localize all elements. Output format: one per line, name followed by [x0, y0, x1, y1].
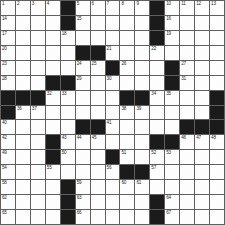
crossword-cell[interactable]: [31, 16, 45, 30]
crossword-cell[interactable]: 22: [150, 46, 164, 60]
black-square: [31, 91, 45, 105]
clue-number: 34: [151, 91, 156, 97]
crossword-cell[interactable]: 39: [135, 106, 149, 120]
crossword-cell[interactable]: [16, 46, 30, 60]
crossword-cell[interactable]: 24: [76, 61, 90, 75]
clue-number: 52: [151, 150, 156, 156]
crossword-cell[interactable]: [31, 180, 45, 194]
crossword-cell[interactable]: 50: [61, 150, 75, 164]
crossword-board: 1234567891011121314151617181920212223242…: [0, 0, 225, 225]
crossword-cell[interactable]: 1: [1, 1, 15, 15]
clue-number: 6: [92, 1, 94, 7]
black-square: [165, 76, 179, 90]
clue-number: 49: [2, 150, 7, 156]
crossword-cell[interactable]: 14: [1, 16, 15, 30]
crossword-cell[interactable]: [31, 31, 45, 45]
crossword-cell[interactable]: [31, 120, 45, 134]
crossword-cell[interactable]: [210, 16, 224, 30]
crossword-cell[interactable]: [16, 31, 30, 45]
crossword-cell[interactable]: 8: [120, 1, 134, 15]
crossword-cell[interactable]: [210, 195, 224, 209]
clue-number: 41: [107, 120, 112, 126]
crossword-cell[interactable]: [195, 106, 209, 120]
clue-number: 5: [77, 1, 79, 7]
crossword-cell[interactable]: [135, 46, 149, 60]
crossword-cell[interactable]: 35: [165, 91, 179, 105]
crossword-cell[interactable]: 17: [1, 31, 15, 45]
crossword-cell[interactable]: 48: [210, 135, 224, 149]
crossword-cell[interactable]: [135, 135, 149, 149]
black-square: [150, 16, 164, 30]
clue-number: 20: [2, 46, 7, 52]
crossword-cell[interactable]: [61, 165, 75, 179]
crossword-cell[interactable]: [135, 210, 149, 224]
crossword-cell[interactable]: [91, 210, 105, 224]
crossword-cell[interactable]: [120, 120, 134, 134]
crossword-cell[interactable]: [180, 31, 194, 45]
clue-number: 13: [211, 1, 216, 7]
clue-number: 25: [92, 61, 97, 67]
crossword-cell[interactable]: 30: [106, 76, 120, 90]
crossword-cell[interactable]: [46, 46, 60, 60]
clue-number: 55: [47, 165, 52, 171]
crossword-cell[interactable]: [165, 165, 179, 179]
crossword-cell[interactable]: [180, 180, 194, 194]
crossword-cell[interactable]: [180, 210, 194, 224]
crossword-cell[interactable]: [165, 46, 179, 60]
crossword-cell[interactable]: 49: [1, 150, 15, 164]
crossword-cell[interactable]: [180, 46, 194, 60]
crossword-cell[interactable]: [31, 210, 45, 224]
crossword-cell[interactable]: [76, 31, 90, 45]
crossword-cell[interactable]: 51: [120, 150, 134, 164]
crossword-cell[interactable]: [135, 150, 149, 164]
crossword-cell[interactable]: 13: [210, 1, 224, 15]
crossword-cell[interactable]: 20: [1, 46, 15, 60]
crossword-cell[interactable]: 34: [150, 91, 164, 105]
black-square: [61, 180, 75, 194]
crossword-grid: 1234567891011121314151617181920212223242…: [0, 0, 225, 225]
crossword-cell[interactable]: [195, 61, 209, 75]
crossword-cell[interactable]: 56: [106, 165, 120, 179]
crossword-cell[interactable]: 9: [135, 1, 149, 15]
crossword-cell[interactable]: [180, 106, 194, 120]
crossword-cell[interactable]: [150, 180, 164, 194]
crossword-cell[interactable]: 16: [165, 16, 179, 30]
crossword-cell[interactable]: [106, 31, 120, 45]
crossword-cell[interactable]: [210, 46, 224, 60]
black-square: [61, 76, 75, 90]
crossword-cell[interactable]: [16, 165, 30, 179]
crossword-cell[interactable]: 58: [1, 180, 15, 194]
clue-number: 33: [62, 91, 67, 97]
crossword-cell[interactable]: [195, 150, 209, 164]
crossword-cell[interactable]: 3: [31, 1, 45, 15]
black-square: [150, 31, 164, 45]
crossword-cell[interactable]: [61, 106, 75, 120]
clue-number: 45: [92, 135, 97, 141]
crossword-cell[interactable]: 38: [120, 106, 134, 120]
crossword-cell[interactable]: [46, 106, 60, 120]
clue-number: 43: [62, 135, 67, 141]
crossword-cell[interactable]: [210, 31, 224, 45]
clue-number: 59: [77, 180, 82, 186]
black-square: [61, 210, 75, 224]
crossword-cell[interactable]: [76, 106, 90, 120]
crossword-cell[interactable]: [180, 91, 194, 105]
clue-number: 65: [2, 210, 7, 216]
crossword-cell[interactable]: [195, 195, 209, 209]
crossword-cell[interactable]: 43: [61, 135, 75, 149]
crossword-cell[interactable]: [16, 210, 30, 224]
crossword-cell[interactable]: [106, 106, 120, 120]
clue-number: 30: [107, 76, 112, 82]
crossword-cell[interactable]: [46, 120, 60, 134]
clue-number: 56: [107, 165, 112, 171]
crossword-cell[interactable]: [106, 195, 120, 209]
clue-number: 67: [166, 210, 171, 216]
crossword-cell[interactable]: [150, 61, 164, 75]
black-square: [61, 16, 75, 30]
crossword-cell[interactable]: [16, 195, 30, 209]
black-square: [180, 120, 194, 134]
crossword-cell[interactable]: 60: [120, 180, 134, 194]
crossword-cell[interactable]: 18: [61, 31, 75, 45]
crossword-cell[interactable]: 40: [1, 120, 15, 134]
crossword-cell[interactable]: [180, 195, 194, 209]
black-square: [135, 91, 149, 105]
crossword-cell[interactable]: 66: [76, 210, 90, 224]
crossword-cell[interactable]: [106, 135, 120, 149]
crossword-cell[interactable]: 32: [46, 91, 60, 105]
black-square: [61, 1, 75, 15]
crossword-cell[interactable]: [106, 180, 120, 194]
crossword-cell[interactable]: 4: [46, 1, 60, 15]
crossword-cell[interactable]: 62: [1, 195, 15, 209]
crossword-cell[interactable]: [16, 76, 30, 90]
crossword-cell[interactable]: [91, 180, 105, 194]
crossword-cell[interactable]: [46, 61, 60, 75]
clue-number: 42: [2, 135, 7, 141]
clue-number: 35: [166, 91, 171, 97]
clue-number: 48: [211, 135, 216, 141]
crossword-cell[interactable]: [135, 31, 149, 45]
crossword-cell[interactable]: 54: [1, 165, 15, 179]
crossword-cell[interactable]: 15: [76, 16, 90, 30]
crossword-cell[interactable]: [16, 120, 30, 134]
clue-number: 4: [47, 1, 49, 7]
crossword-cell[interactable]: 37: [31, 106, 45, 120]
crossword-cell[interactable]: 6: [91, 1, 105, 15]
crossword-cell[interactable]: 59: [76, 180, 90, 194]
clue-number: 8: [121, 1, 123, 7]
crossword-cell[interactable]: 36: [16, 106, 30, 120]
crossword-cell[interactable]: [135, 61, 149, 75]
clue-number: 32: [47, 91, 52, 97]
clue-number: 39: [136, 106, 141, 112]
clue-number: 15: [77, 16, 82, 22]
clue-number: 11: [181, 1, 185, 7]
crossword-cell[interactable]: [91, 31, 105, 45]
clue-number: 61: [136, 180, 141, 186]
clue-number: 38: [121, 106, 126, 112]
crossword-cell[interactable]: [180, 150, 194, 164]
black-square: [106, 150, 120, 164]
crossword-cell[interactable]: [180, 165, 194, 179]
black-square: [150, 195, 164, 209]
crossword-cell[interactable]: [46, 31, 60, 45]
crossword-cell[interactable]: [135, 195, 149, 209]
crossword-cell[interactable]: [31, 61, 45, 75]
crossword-cell[interactable]: 10: [165, 1, 179, 15]
crossword-cell[interactable]: 26: [120, 61, 134, 75]
crossword-cell[interactable]: 11: [180, 1, 194, 15]
crossword-cell[interactable]: 41: [106, 120, 120, 134]
crossword-cell[interactable]: [120, 195, 134, 209]
black-square: [76, 120, 90, 134]
crossword-cell[interactable]: [91, 91, 105, 105]
crossword-cell[interactable]: 29: [76, 76, 90, 90]
crossword-cell[interactable]: 23: [1, 61, 15, 75]
clue-number: 21: [107, 46, 112, 52]
crossword-cell[interactable]: [165, 120, 179, 134]
crossword-cell[interactable]: [91, 106, 105, 120]
crossword-cell[interactable]: [31, 165, 45, 179]
crossword-cell[interactable]: [31, 76, 45, 90]
crossword-cell[interactable]: [135, 120, 149, 134]
black-square: [46, 76, 60, 90]
crossword-cell[interactable]: [91, 150, 105, 164]
clue-number: 14: [2, 16, 7, 22]
black-square: [1, 106, 15, 120]
crossword-cell[interactable]: [195, 180, 209, 194]
crossword-cell[interactable]: 45: [91, 135, 105, 149]
black-square: [46, 150, 60, 164]
crossword-cell[interactable]: [210, 150, 224, 164]
crossword-cell[interactable]: 63: [76, 195, 90, 209]
crossword-cell[interactable]: 33: [61, 91, 75, 105]
crossword-cell[interactable]: [91, 195, 105, 209]
crossword-cell[interactable]: [120, 31, 134, 45]
crossword-cell[interactable]: 61: [135, 180, 149, 194]
crossword-cell[interactable]: [16, 61, 30, 75]
crossword-cell[interactable]: [106, 91, 120, 105]
crossword-cell[interactable]: [195, 46, 209, 60]
crossword-cell[interactable]: [150, 106, 164, 120]
clue-number: 23: [2, 61, 7, 67]
crossword-cell[interactable]: [150, 76, 164, 90]
black-square: [61, 195, 75, 209]
crossword-cell[interactable]: [46, 180, 60, 194]
crossword-cell[interactable]: [61, 120, 75, 134]
clue-number: 44: [77, 135, 82, 141]
clue-number: 37: [32, 106, 37, 112]
black-square: [91, 46, 105, 60]
clue-number: 26: [121, 61, 126, 67]
crossword-cell[interactable]: [91, 165, 105, 179]
clue-number: 58: [2, 180, 7, 186]
crossword-cell[interactable]: [120, 16, 134, 30]
crossword-cell[interactable]: [61, 46, 75, 60]
crossword-cell[interactable]: 52: [150, 150, 164, 164]
crossword-cell[interactable]: [16, 16, 30, 30]
clue-number: 36: [17, 106, 22, 112]
crossword-cell[interactable]: [46, 210, 60, 224]
black-square: [1, 91, 15, 105]
clue-number: 18: [62, 31, 67, 37]
clue-number: 7: [107, 1, 109, 7]
crossword-cell[interactable]: [76, 150, 90, 164]
clue-number: 50: [62, 150, 67, 156]
crossword-cell[interactable]: [120, 210, 134, 224]
clue-number: 10: [166, 1, 171, 7]
crossword-cell[interactable]: [16, 135, 30, 149]
crossword-cell[interactable]: [31, 46, 45, 60]
crossword-cell[interactable]: 12: [195, 1, 209, 15]
black-square: [210, 106, 224, 120]
crossword-cell[interactable]: [195, 210, 209, 224]
clue-number: 28: [2, 76, 7, 82]
crossword-cell[interactable]: [135, 76, 149, 90]
crossword-cell[interactable]: [106, 16, 120, 30]
crossword-cell[interactable]: 47: [195, 135, 209, 149]
crossword-cell[interactable]: 65: [1, 210, 15, 224]
crossword-cell[interactable]: [150, 120, 164, 134]
clue-number: 63: [77, 195, 82, 201]
crossword-cell[interactable]: [210, 165, 224, 179]
crossword-cell[interactable]: [76, 91, 90, 105]
crossword-cell[interactable]: 19: [165, 31, 179, 45]
clue-number: 51: [121, 150, 126, 156]
black-square: [16, 91, 30, 105]
clue-number: 24: [77, 61, 82, 67]
black-square: [165, 135, 179, 149]
crossword-cell[interactable]: 21: [106, 46, 120, 60]
crossword-cell[interactable]: [120, 46, 134, 60]
crossword-cell[interactable]: [91, 16, 105, 30]
crossword-cell[interactable]: 27: [180, 61, 194, 75]
clue-number: 53: [166, 150, 171, 156]
clue-number: 22: [151, 46, 156, 52]
crossword-cell[interactable]: [120, 76, 134, 90]
crossword-cell[interactable]: [31, 135, 45, 149]
crossword-cell[interactable]: [46, 16, 60, 30]
crossword-cell[interactable]: [16, 180, 30, 194]
black-square: [150, 1, 164, 15]
crossword-cell[interactable]: [165, 180, 179, 194]
black-square: [195, 120, 209, 134]
crossword-cell[interactable]: 5: [76, 1, 90, 15]
crossword-cell[interactable]: 2: [16, 1, 30, 15]
black-square: [135, 165, 149, 179]
crossword-cell[interactable]: [120, 135, 134, 149]
clue-number: 12: [196, 1, 201, 7]
clue-number: 57: [151, 165, 156, 171]
crossword-cell[interactable]: [195, 165, 209, 179]
clue-number: 16: [166, 16, 171, 22]
clue-number: 60: [121, 180, 126, 186]
crossword-cell[interactable]: [46, 195, 60, 209]
black-square: [150, 135, 164, 149]
clue-number: 9: [136, 1, 138, 7]
crossword-cell[interactable]: [31, 150, 45, 164]
crossword-cell[interactable]: 46: [180, 135, 194, 149]
crossword-cell[interactable]: [135, 16, 149, 30]
crossword-cell[interactable]: [195, 31, 209, 45]
clue-number: 2: [17, 1, 19, 7]
black-square: [106, 61, 120, 75]
clue-number: 40: [2, 120, 7, 126]
clue-number: 3: [32, 1, 34, 7]
crossword-cell[interactable]: [195, 16, 209, 30]
crossword-cell[interactable]: 28: [1, 76, 15, 90]
crossword-cell[interactable]: [180, 16, 194, 30]
clue-number: 47: [196, 135, 201, 141]
black-square: [210, 91, 224, 105]
black-square: [76, 46, 90, 60]
black-square: [120, 91, 134, 105]
crossword-cell[interactable]: [16, 150, 30, 164]
crossword-cell[interactable]: [210, 61, 224, 75]
crossword-cell[interactable]: 57: [150, 165, 164, 179]
clue-number: 62: [2, 195, 7, 201]
clue-number: 31: [181, 76, 186, 82]
clue-number: 1: [2, 1, 4, 7]
crossword-cell[interactable]: 31: [180, 76, 194, 90]
clue-number: 66: [77, 210, 82, 216]
crossword-cell[interactable]: [61, 61, 75, 75]
clue-number: 29: [77, 76, 82, 82]
black-square: [150, 210, 164, 224]
crossword-cell[interactable]: [210, 180, 224, 194]
clue-number: 19: [166, 31, 171, 37]
black-square: [46, 135, 60, 149]
crossword-cell[interactable]: 44: [76, 135, 90, 149]
crossword-cell[interactable]: 53: [165, 150, 179, 164]
crossword-cell[interactable]: [195, 76, 209, 90]
black-square: [120, 165, 134, 179]
crossword-cell[interactable]: [210, 76, 224, 90]
crossword-cell[interactable]: 42: [1, 135, 15, 149]
clue-number: 46: [181, 135, 186, 141]
crossword-cell[interactable]: 67: [165, 210, 179, 224]
clue-number: 54: [2, 165, 7, 171]
clue-number: 27: [181, 61, 186, 67]
crossword-cell[interactable]: [195, 91, 209, 105]
black-square: [210, 120, 224, 134]
crossword-cell[interactable]: [91, 76, 105, 90]
black-square: [165, 61, 179, 75]
black-square: [91, 120, 105, 134]
crossword-cell[interactable]: [210, 210, 224, 224]
crossword-cell[interactable]: [31, 195, 45, 209]
crossword-cell[interactable]: [76, 165, 90, 179]
clue-number: 17: [2, 31, 7, 37]
crossword-cell[interactable]: 64: [165, 195, 179, 209]
crossword-cell[interactable]: [165, 106, 179, 120]
crossword-cell[interactable]: 7: [106, 1, 120, 15]
crossword-cell[interactable]: [106, 210, 120, 224]
crossword-cell[interactable]: 25: [91, 61, 105, 75]
clue-number: 64: [166, 195, 171, 201]
crossword-cell[interactable]: 55: [46, 165, 60, 179]
